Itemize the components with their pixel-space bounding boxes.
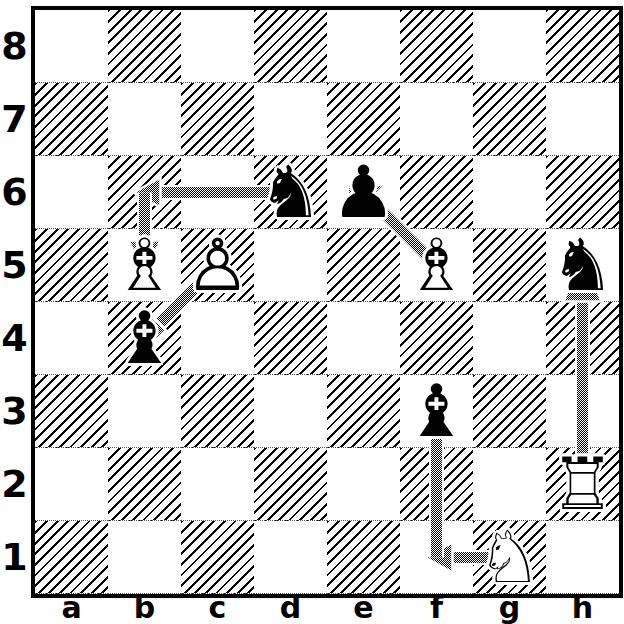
piece-white-bishop-b5: ♝♗: [108, 229, 181, 302]
piece-black-bishop-b4: ♝: [108, 302, 181, 375]
piece-black-knight-h5: ♞: [546, 229, 619, 302]
piece-layer: ♝♗♟♙♝♗♜♖♞♘♞♟♞♝♝: [35, 10, 619, 594]
file-label-a: a: [35, 595, 108, 623]
piece-white-rook-h2: ♜♖: [546, 448, 619, 521]
piece-glyph: ♟: [327, 156, 400, 229]
piece-white-pawn-c5: ♟♙: [181, 229, 254, 302]
rank-label-6: 6: [0, 156, 29, 229]
piece-glyph: ♞: [254, 156, 327, 229]
chess-diagram: 87654321 abcdefgh ♝♗♟♙♝♗♜♖♞♘♞♟♞♝♝: [0, 0, 624, 624]
piece-glyph: ♘: [473, 521, 546, 594]
piece-glyph: ♝: [108, 302, 181, 375]
piece-glyph: ♞: [546, 229, 619, 302]
piece-white-bishop-f5: ♝♗: [400, 229, 473, 302]
rank-label-2: 2: [0, 448, 29, 521]
file-label-h: h: [546, 595, 619, 623]
rank-label-3: 3: [0, 375, 29, 448]
file-label-c: c: [181, 595, 254, 623]
piece-black-bishop-f3: ♝: [400, 375, 473, 448]
rank-label-5: 5: [0, 229, 29, 302]
file-label-g: g: [473, 595, 546, 623]
file-label-e: e: [327, 595, 400, 623]
file-label-d: d: [254, 595, 327, 623]
piece-white-knight-g1: ♞♘: [473, 521, 546, 594]
piece-glyph: ♙: [181, 229, 254, 302]
piece-black-knight-d6: ♞: [254, 156, 327, 229]
rank-label-8: 8: [0, 10, 29, 83]
piece-glyph: ♗: [400, 229, 473, 302]
rank-label-7: 7: [0, 83, 29, 156]
piece-glyph: ♝: [400, 375, 473, 448]
chess-board: ♝♗♟♙♝♗♜♖♞♘♞♟♞♝♝: [31, 6, 623, 598]
file-label-b: b: [108, 595, 181, 623]
rank-label-4: 4: [0, 302, 29, 375]
piece-black-pawn-e6: ♟: [327, 156, 400, 229]
rank-label-1: 1: [0, 521, 29, 594]
piece-glyph: ♗: [108, 229, 181, 302]
piece-glyph: ♖: [546, 448, 619, 521]
file-label-f: f: [400, 595, 473, 623]
